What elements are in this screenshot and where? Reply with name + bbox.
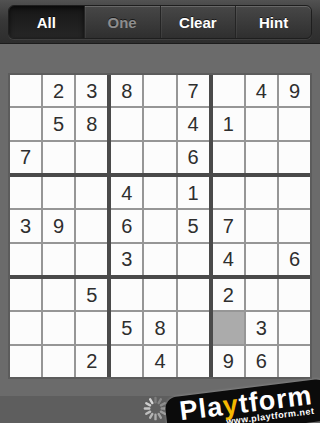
sudoku-cell-r2c3[interactable]: 8 — [76, 108, 107, 139]
sudoku-cell-r8c7[interactable] — [213, 312, 244, 343]
sudoku-cell-r5c3[interactable] — [76, 210, 107, 241]
sudoku-cell-r8c3[interactable] — [76, 312, 107, 343]
toolbar: All One Clear Hint — [0, 0, 320, 44]
sudoku-box: 2396 — [213, 279, 310, 377]
sudoku-cell-r6c5[interactable] — [144, 244, 175, 275]
sudoku-cell-r9c7[interactable]: 9 — [213, 346, 244, 377]
sudoku-box: 746 — [213, 177, 310, 275]
hint-button[interactable]: Hint — [235, 6, 311, 38]
sudoku-box: 41653 — [111, 177, 208, 275]
sudoku-box: 584 — [111, 279, 208, 377]
sudoku-cell-r1c6[interactable]: 7 — [178, 75, 209, 106]
sudoku-cell-r6c8[interactable] — [246, 244, 277, 275]
sudoku-cell-r3c1[interactable]: 7 — [10, 142, 41, 173]
sudoku-cell-r3c8[interactable] — [246, 142, 277, 173]
sudoku-cell-r4c9[interactable] — [279, 177, 310, 208]
sudoku-cell-r1c5[interactable] — [144, 75, 175, 106]
sudoku-cell-r1c9[interactable]: 9 — [279, 75, 310, 106]
segmented-control: All One Clear Hint — [8, 5, 312, 39]
sudoku-cell-r2c8[interactable] — [246, 108, 277, 139]
sudoku-cell-r6c4[interactable]: 3 — [111, 244, 142, 275]
sudoku-cell-r6c1[interactable] — [10, 244, 41, 275]
sudoku-cell-r3c9[interactable] — [279, 142, 310, 173]
sudoku-cell-r9c3[interactable]: 2 — [76, 346, 107, 377]
sudoku-cell-r1c4[interactable]: 8 — [111, 75, 142, 106]
sudoku-cell-r5c5[interactable] — [144, 210, 175, 241]
sudoku-cell-r9c1[interactable] — [10, 346, 41, 377]
sudoku-cell-r4c8[interactable] — [246, 177, 277, 208]
sudoku-board: 2358787464913941653746525842396 — [10, 75, 310, 377]
sudoku-cell-r5c4[interactable]: 6 — [111, 210, 142, 241]
sudoku-cell-r7c8[interactable] — [246, 279, 277, 310]
sudoku-cell-r9c2[interactable] — [43, 346, 74, 377]
sudoku-box: 491 — [213, 75, 310, 173]
sudoku-box: 23587 — [10, 75, 107, 173]
sudoku-cell-r8c6[interactable] — [178, 312, 209, 343]
sudoku-cell-r5c7[interactable]: 7 — [213, 210, 244, 241]
sudoku-cell-r3c2[interactable] — [43, 142, 74, 173]
sudoku-cell-r4c3[interactable] — [76, 177, 107, 208]
sudoku-box: 8746 — [111, 75, 208, 173]
sudoku-cell-r7c7[interactable]: 2 — [213, 279, 244, 310]
sudoku-cell-r8c5[interactable]: 8 — [144, 312, 175, 343]
sudoku-cell-r4c4[interactable]: 4 — [111, 177, 142, 208]
sudoku-cell-r7c4[interactable] — [111, 279, 142, 310]
sudoku-cell-r2c5[interactable] — [144, 108, 175, 139]
sudoku-cell-r7c9[interactable] — [279, 279, 310, 310]
sudoku-box: 52 — [10, 279, 107, 377]
sudoku-cell-r5c9[interactable] — [279, 210, 310, 241]
sudoku-cell-r3c5[interactable] — [144, 142, 175, 173]
sudoku-cell-r2c7[interactable]: 1 — [213, 108, 244, 139]
sudoku-cell-r9c4[interactable] — [111, 346, 142, 377]
sudoku-cell-r2c6[interactable]: 4 — [178, 108, 209, 139]
sudoku-cell-r8c4[interactable]: 5 — [111, 312, 142, 343]
sudoku-cell-r3c7[interactable] — [213, 142, 244, 173]
sudoku-cell-r5c8[interactable] — [246, 210, 277, 241]
sudoku-cell-r6c2[interactable] — [43, 244, 74, 275]
sudoku-cell-r3c3[interactable] — [76, 142, 107, 173]
sudoku-cell-r5c1[interactable]: 3 — [10, 210, 41, 241]
sudoku-cell-r1c2[interactable]: 2 — [43, 75, 74, 106]
sudoku-box: 39 — [10, 177, 107, 275]
sudoku-cell-r7c2[interactable] — [43, 279, 74, 310]
sudoku-cell-r1c7[interactable] — [213, 75, 244, 106]
sudoku-cell-r8c8[interactable]: 3 — [246, 312, 277, 343]
sudoku-cell-r6c7[interactable]: 4 — [213, 244, 244, 275]
sudoku-cell-r2c9[interactable] — [279, 108, 310, 139]
sudoku-cell-r9c8[interactable]: 6 — [246, 346, 277, 377]
sudoku-cell-r1c1[interactable] — [10, 75, 41, 106]
sudoku-cell-r2c2[interactable]: 5 — [43, 108, 74, 139]
sudoku-cell-r4c2[interactable] — [43, 177, 74, 208]
sudoku-cell-r7c3[interactable]: 5 — [76, 279, 107, 310]
one-button[interactable]: One — [84, 6, 160, 38]
sudoku-cell-r4c7[interactable] — [213, 177, 244, 208]
sudoku-cell-r1c3[interactable]: 3 — [76, 75, 107, 106]
sudoku-cell-r5c2[interactable]: 9 — [43, 210, 74, 241]
sudoku-cell-r4c5[interactable] — [144, 177, 175, 208]
sudoku-cell-r4c1[interactable] — [10, 177, 41, 208]
sudoku-cell-r2c1[interactable] — [10, 108, 41, 139]
sudoku-cell-r7c5[interactable] — [144, 279, 175, 310]
sudoku-cell-r9c6[interactable] — [178, 346, 209, 377]
sudoku-cell-r7c6[interactable] — [178, 279, 209, 310]
sudoku-cell-r1c8[interactable]: 4 — [246, 75, 277, 106]
sudoku-cell-r9c9[interactable] — [279, 346, 310, 377]
sudoku-cell-r6c9[interactable]: 6 — [279, 244, 310, 275]
sudoku-cell-r2c4[interactable] — [111, 108, 142, 139]
sudoku-cell-r9c5[interactable]: 4 — [144, 346, 175, 377]
sudoku-cell-r6c3[interactable] — [76, 244, 107, 275]
sudoku-cell-r8c1[interactable] — [10, 312, 41, 343]
sudoku-cell-r3c4[interactable] — [111, 142, 142, 173]
sudoku-cell-r3c6[interactable]: 6 — [178, 142, 209, 173]
clear-button[interactable]: Clear — [160, 6, 236, 38]
sudoku-cell-r7c1[interactable] — [10, 279, 41, 310]
sudoku-cell-r5c6[interactable]: 5 — [178, 210, 209, 241]
sudoku-cell-r6c6[interactable] — [178, 244, 209, 275]
sudoku-cell-r8c2[interactable] — [43, 312, 74, 343]
sudoku-cell-r8c9[interactable] — [279, 312, 310, 343]
sudoku-cell-r4c6[interactable]: 1 — [178, 177, 209, 208]
playtform-watermark: Playtform www.playtform.net — [164, 378, 320, 423]
all-button[interactable]: All — [9, 6, 84, 38]
